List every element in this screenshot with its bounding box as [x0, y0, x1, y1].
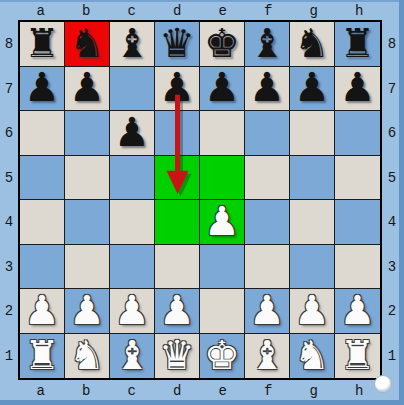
rank-label-6: 6: [1, 111, 17, 156]
square-d8[interactable]: ♛: [155, 22, 200, 67]
piece-white-rook: ♜: [340, 335, 376, 375]
square-g3[interactable]: [290, 245, 335, 290]
square-e4[interactable]: ♟: [200, 200, 245, 245]
window-edge-bottom: [0, 400, 404, 405]
piece-white-bishop: ♝: [114, 335, 150, 375]
rank-label-8: 8: [1, 22, 17, 67]
rank-label-4: 4: [1, 200, 17, 245]
square-h7[interactable]: ♟: [335, 67, 380, 112]
square-f6[interactable]: [245, 111, 290, 156]
piece-black-pawn: ♟: [249, 67, 285, 107]
piece-black-knight: ♞: [294, 23, 330, 63]
rank-label-6: 6: [384, 111, 400, 156]
piece-white-pawn: ♟: [159, 290, 195, 330]
rank-label-3: 3: [384, 245, 400, 290]
piece-black-rook: ♜: [24, 23, 60, 63]
square-h8[interactable]: ♜: [335, 22, 380, 67]
square-a7[interactable]: ♟: [20, 67, 65, 112]
square-d4[interactable]: [155, 200, 200, 245]
square-d6[interactable]: [155, 111, 200, 156]
square-b1[interactable]: ♞: [65, 334, 110, 379]
piece-white-pawn: ♟: [204, 201, 240, 241]
square-e6[interactable]: [200, 111, 245, 156]
chess-board: ♜♞♝♛♚♝♞♜♟♟♟♟♟♟♟♟♟♟♟♟♟♟♟♟♜♞♝♛♚♝♞♜: [18, 20, 382, 380]
piece-white-bishop: ♝: [249, 335, 285, 375]
square-e5[interactable]: [200, 156, 245, 201]
square-a3[interactable]: [20, 245, 65, 290]
square-c1[interactable]: ♝: [110, 334, 155, 379]
square-f1[interactable]: ♝: [245, 334, 290, 379]
square-e8[interactable]: ♚: [200, 22, 245, 67]
file-label-b: b: [64, 3, 110, 19]
file-label-h: h: [337, 3, 383, 19]
square-f4[interactable]: [245, 200, 290, 245]
piece-white-knight: ♞: [294, 335, 330, 375]
square-h5[interactable]: [335, 156, 380, 201]
square-h3[interactable]: [335, 245, 380, 290]
square-c3[interactable]: [110, 245, 155, 290]
square-b2[interactable]: ♟: [65, 289, 110, 334]
piece-black-pawn: ♟: [340, 67, 376, 107]
piece-white-pawn: ♟: [340, 290, 376, 330]
square-d1[interactable]: ♛: [155, 334, 200, 379]
square-b6[interactable]: [65, 111, 110, 156]
piece-white-pawn: ♟: [114, 290, 150, 330]
piece-white-pawn: ♟: [69, 290, 105, 330]
square-a6[interactable]: [20, 111, 65, 156]
square-h6[interactable]: [335, 111, 380, 156]
square-c6[interactable]: ♟: [110, 111, 155, 156]
rank-label-8: 8: [384, 22, 400, 67]
rank-label-2: 2: [1, 289, 17, 334]
file-label-g: g: [291, 383, 337, 399]
square-e2[interactable]: [200, 289, 245, 334]
file-label-g: g: [291, 3, 337, 19]
square-d5[interactable]: [155, 156, 200, 201]
rank-labels-left: 87654321: [1, 22, 17, 378]
square-g7[interactable]: ♟: [290, 67, 335, 112]
square-g4[interactable]: [290, 200, 335, 245]
rank-label-7: 7: [384, 67, 400, 112]
piece-white-pawn: ♟: [24, 290, 60, 330]
file-label-d: d: [155, 3, 201, 19]
square-h1[interactable]: ♜: [335, 334, 380, 379]
piece-black-knight: ♞: [69, 23, 105, 63]
board-grid: ♜♞♝♛♚♝♞♜♟♟♟♟♟♟♟♟♟♟♟♟♟♟♟♟♜♞♝♛♚♝♞♜: [20, 22, 380, 378]
square-b8[interactable]: ♞: [65, 22, 110, 67]
square-c8[interactable]: ♝: [110, 22, 155, 67]
rank-label-3: 3: [1, 245, 17, 290]
piece-black-queen: ♛: [159, 23, 195, 63]
chess-board-window: abcdefgh 87654321 87654321 abcdefgh ♜♞♝♛…: [0, 0, 404, 405]
file-label-e: e: [200, 383, 246, 399]
square-c7[interactable]: [110, 67, 155, 112]
file-label-c: c: [109, 383, 155, 399]
square-b7[interactable]: ♟: [65, 67, 110, 112]
file-label-f: f: [246, 383, 292, 399]
file-label-b: b: [64, 383, 110, 399]
piece-black-bishop: ♝: [114, 23, 150, 63]
square-f8[interactable]: ♝: [245, 22, 290, 67]
square-h4[interactable]: [335, 200, 380, 245]
piece-white-queen: ♛: [159, 335, 195, 375]
window-edge-right: [399, 0, 404, 405]
file-label-a: a: [18, 383, 64, 399]
square-c5[interactable]: [110, 156, 155, 201]
rank-label-5: 5: [384, 156, 400, 201]
piece-black-pawn: ♟: [294, 67, 330, 107]
piece-black-pawn: ♟: [114, 112, 150, 152]
file-label-d: d: [155, 383, 201, 399]
file-label-a: a: [18, 3, 64, 19]
square-a8[interactable]: ♜: [20, 22, 65, 67]
rank-labels-right: 87654321: [384, 22, 400, 378]
rank-label-1: 1: [1, 334, 17, 379]
rank-label-1: 1: [384, 334, 400, 379]
square-g2[interactable]: ♟: [290, 289, 335, 334]
file-label-c: c: [109, 3, 155, 19]
square-b3[interactable]: [65, 245, 110, 290]
rank-label-4: 4: [384, 200, 400, 245]
square-c4[interactable]: [110, 200, 155, 245]
square-f7[interactable]: ♟: [245, 67, 290, 112]
square-d2[interactable]: ♟: [155, 289, 200, 334]
piece-black-pawn: ♟: [69, 67, 105, 107]
square-a2[interactable]: ♟: [20, 289, 65, 334]
file-label-e: e: [200, 3, 246, 19]
piece-black-bishop: ♝: [249, 23, 285, 63]
square-a4[interactable]: [20, 200, 65, 245]
piece-black-pawn: ♟: [24, 67, 60, 107]
square-g5[interactable]: [290, 156, 335, 201]
square-g6[interactable]: [290, 111, 335, 156]
square-f2[interactable]: ♟: [245, 289, 290, 334]
piece-white-rook: ♜: [24, 335, 60, 375]
file-label-f: f: [246, 3, 292, 19]
rank-label-7: 7: [1, 67, 17, 112]
piece-white-pawn: ♟: [249, 290, 285, 330]
square-f5[interactable]: [245, 156, 290, 201]
square-d3[interactable]: [155, 245, 200, 290]
square-g8[interactable]: ♞: [290, 22, 335, 67]
square-a1[interactable]: ♜: [20, 334, 65, 379]
square-a5[interactable]: [20, 156, 65, 201]
square-c2[interactable]: ♟: [110, 289, 155, 334]
rank-label-2: 2: [384, 289, 400, 334]
piece-white-king: ♚: [204, 335, 240, 375]
piece-black-rook: ♜: [340, 23, 376, 63]
piece-black-pawn: ♟: [204, 67, 240, 107]
square-e7[interactable]: ♟: [200, 67, 245, 112]
piece-black-pawn: ♟: [159, 67, 195, 107]
rank-label-5: 5: [1, 156, 17, 201]
piece-white-knight: ♞: [69, 335, 105, 375]
square-d7[interactable]: ♟: [155, 67, 200, 112]
square-g1[interactable]: ♞: [290, 334, 335, 379]
piece-black-king: ♚: [204, 23, 240, 63]
square-e1[interactable]: ♚: [200, 334, 245, 379]
square-h2[interactable]: ♟: [335, 289, 380, 334]
turn-indicator-white: [374, 375, 392, 393]
square-b5[interactable]: [65, 156, 110, 201]
file-labels-bottom: abcdefgh: [18, 381, 382, 400]
file-labels-top: abcdefgh: [18, 2, 382, 19]
square-f3[interactable]: [245, 245, 290, 290]
square-e3[interactable]: [200, 245, 245, 290]
square-b4[interactable]: [65, 200, 110, 245]
piece-white-pawn: ♟: [294, 290, 330, 330]
